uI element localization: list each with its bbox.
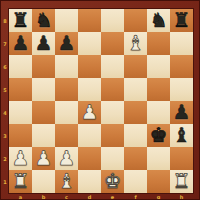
square-b5[interactable] [32,78,55,101]
square-a3[interactable] [9,124,32,147]
square-a8[interactable]: ♜ [9,9,32,32]
square-h5[interactable] [170,78,193,101]
file-label-a: a [9,193,32,200]
chess-board: ♜♞♞♜♟♟♟♝♟♟♚♝♟♟♟♜♝♚♜ [9,9,193,193]
piece-white-pawn[interactable]: ♟ [12,147,30,170]
rank-label-5: 5 [1,78,9,101]
file-label-c: c [55,193,78,200]
square-b7[interactable]: ♟ [32,32,55,55]
square-e8[interactable] [101,9,124,32]
piece-white-king[interactable]: ♚ [104,170,122,193]
square-d2[interactable] [78,147,101,170]
square-f8[interactable] [124,9,147,32]
file-label-b: b [32,193,55,200]
square-b2[interactable]: ♟ [32,147,55,170]
square-f4[interactable] [124,101,147,124]
square-h7[interactable] [170,32,193,55]
file-label-g: g [147,193,170,200]
square-b3[interactable] [32,124,55,147]
file-label-h: h [170,193,193,200]
square-g4[interactable] [147,101,170,124]
square-e5[interactable] [101,78,124,101]
square-c5[interactable] [55,78,78,101]
square-g5[interactable] [147,78,170,101]
square-f3[interactable] [124,124,147,147]
piece-white-pawn[interactable]: ♟ [81,101,99,124]
square-g2[interactable] [147,147,170,170]
square-b4[interactable] [32,101,55,124]
square-a1[interactable]: ♜ [9,170,32,193]
square-c8[interactable] [55,9,78,32]
square-g6[interactable] [147,55,170,78]
square-d1[interactable] [78,170,101,193]
square-a5[interactable] [9,78,32,101]
square-b1[interactable] [32,170,55,193]
piece-white-bishop[interactable]: ♝ [58,170,76,193]
square-h1[interactable]: ♜ [170,170,193,193]
square-d8[interactable] [78,9,101,32]
piece-black-knight[interactable]: ♞ [150,9,168,32]
square-c1[interactable]: ♝ [55,170,78,193]
piece-black-pawn[interactable]: ♟ [173,101,191,124]
square-b8[interactable]: ♞ [32,9,55,32]
piece-black-knight[interactable]: ♞ [35,9,53,32]
square-d6[interactable] [78,55,101,78]
square-a7[interactable]: ♟ [9,32,32,55]
piece-black-rook[interactable]: ♜ [173,9,191,32]
rank-label-7: 7 [1,32,9,55]
file-label-e: e [101,193,124,200]
square-e3[interactable] [101,124,124,147]
square-d3[interactable] [78,124,101,147]
square-a4[interactable] [9,101,32,124]
square-c7[interactable]: ♟ [55,32,78,55]
square-h2[interactable] [170,147,193,170]
rank-label-8: 8 [1,9,9,32]
piece-white-rook[interactable]: ♜ [12,170,30,193]
square-f1[interactable] [124,170,147,193]
piece-black-bishop[interactable]: ♝ [173,124,191,147]
piece-black-pawn[interactable]: ♟ [12,32,30,55]
square-g7[interactable] [147,32,170,55]
square-h6[interactable] [170,55,193,78]
rank-label-4: 4 [1,101,9,124]
square-a6[interactable] [9,55,32,78]
square-h3[interactable]: ♝ [170,124,193,147]
rank-label-3: 3 [1,124,9,147]
piece-white-bishop[interactable]: ♝ [127,32,145,55]
square-e7[interactable] [101,32,124,55]
piece-black-king[interactable]: ♚ [150,124,168,147]
square-e4[interactable] [101,101,124,124]
square-h8[interactable]: ♜ [170,9,193,32]
piece-white-pawn[interactable]: ♟ [58,147,76,170]
square-c4[interactable] [55,101,78,124]
square-e1[interactable]: ♚ [101,170,124,193]
file-label-d: d [78,193,101,200]
file-label-f: f [124,193,147,200]
square-f7[interactable]: ♝ [124,32,147,55]
piece-black-rook[interactable]: ♜ [12,9,30,32]
square-h4[interactable]: ♟ [170,101,193,124]
square-a2[interactable]: ♟ [9,147,32,170]
square-c3[interactable] [55,124,78,147]
rank-label-2: 2 [1,147,9,170]
square-c6[interactable] [55,55,78,78]
square-g8[interactable]: ♞ [147,9,170,32]
rank-label-1: 1 [1,170,9,193]
square-f5[interactable] [124,78,147,101]
square-g3[interactable]: ♚ [147,124,170,147]
square-b6[interactable] [32,55,55,78]
square-c2[interactable]: ♟ [55,147,78,170]
square-d5[interactable] [78,78,101,101]
rank-label-6: 6 [1,55,9,78]
piece-black-pawn[interactable]: ♟ [35,32,53,55]
chess-board-frame: ♜♞♞♜♟♟♟♝♟♟♚♝♟♟♟♜♝♚♜ 87654321abcdefgh [0,0,200,200]
piece-black-pawn[interactable]: ♟ [58,32,76,55]
square-e6[interactable] [101,55,124,78]
square-d7[interactable] [78,32,101,55]
square-f2[interactable] [124,147,147,170]
square-e2[interactable] [101,147,124,170]
piece-white-rook[interactable]: ♜ [173,170,191,193]
piece-white-pawn[interactable]: ♟ [35,147,53,170]
square-d4[interactable]: ♟ [78,101,101,124]
square-g1[interactable] [147,170,170,193]
square-f6[interactable] [124,55,147,78]
